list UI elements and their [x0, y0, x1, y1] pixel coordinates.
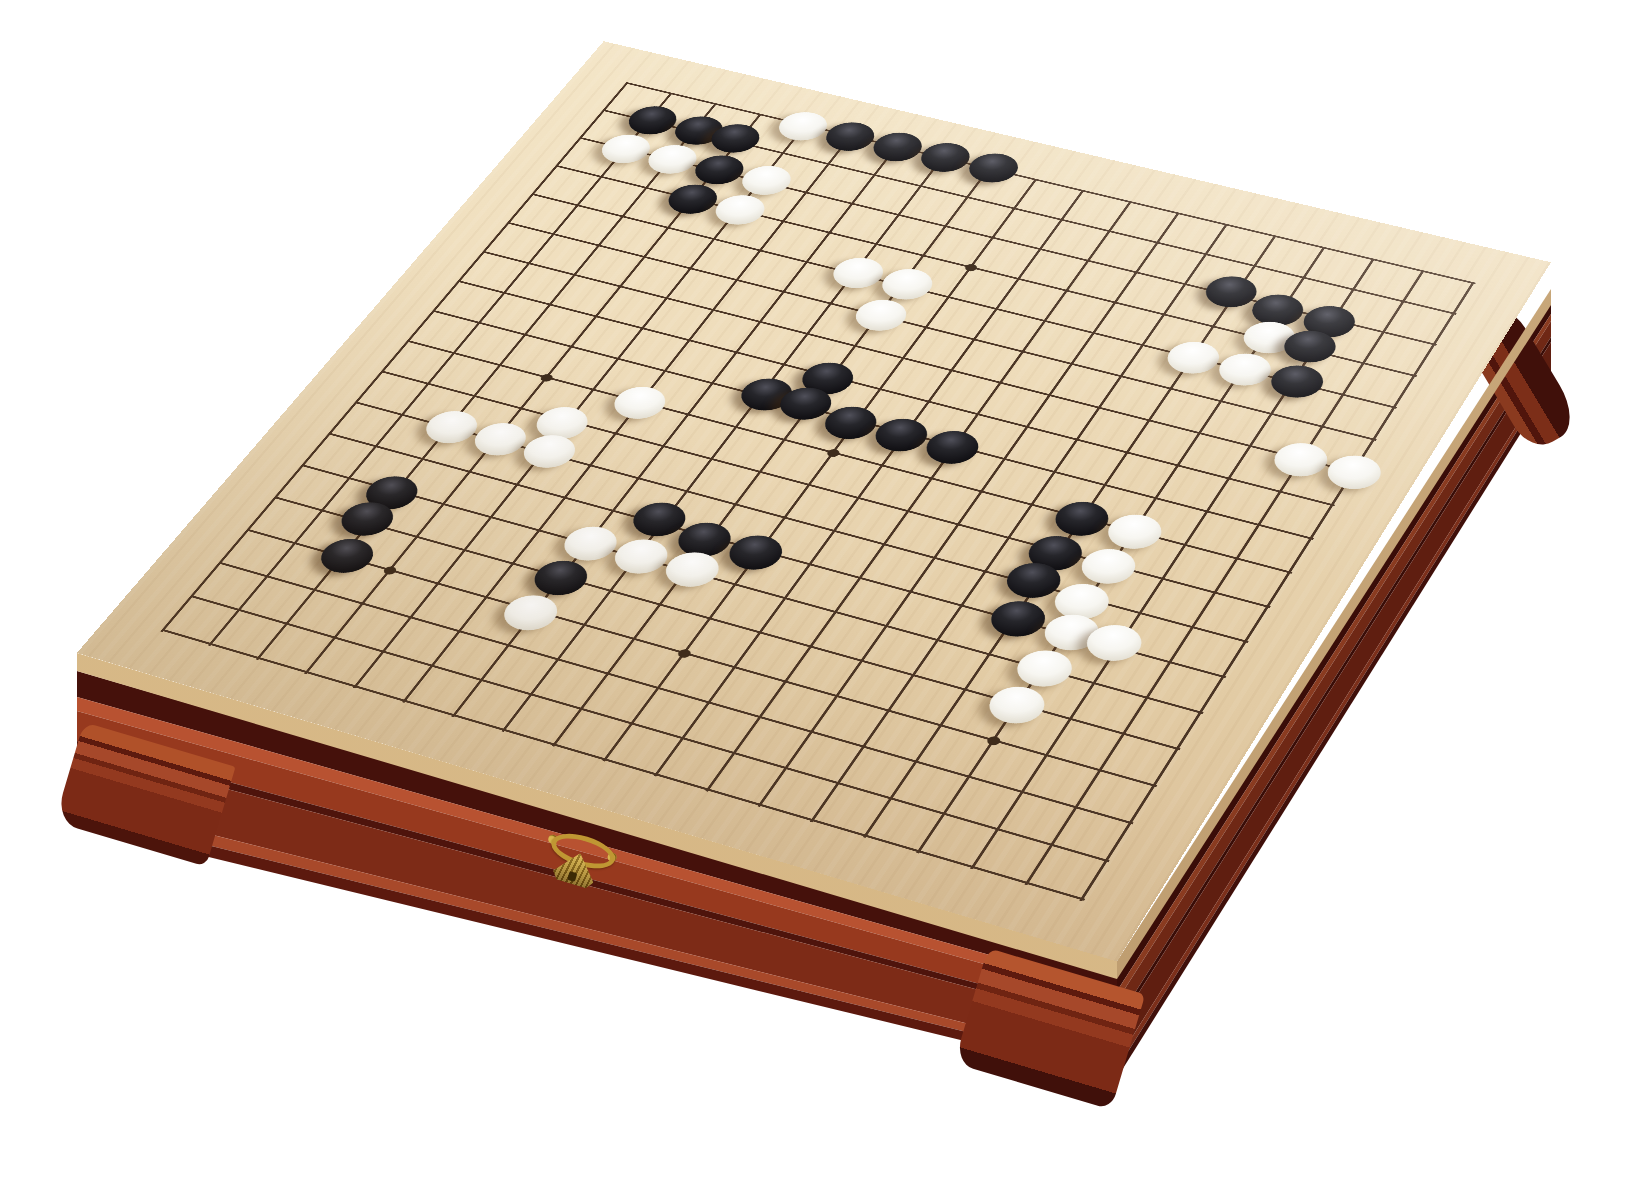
go-board-photo [0, 0, 1627, 1200]
